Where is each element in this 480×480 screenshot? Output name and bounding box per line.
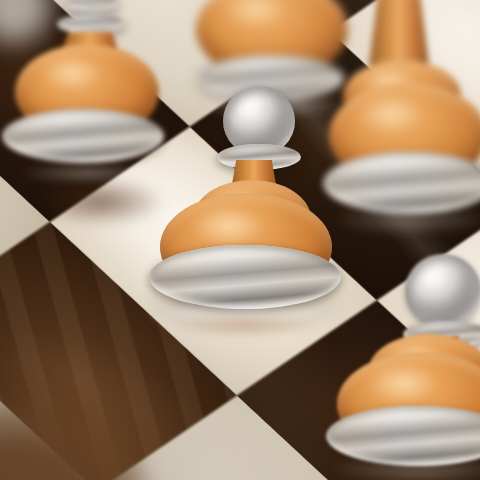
silver-base-ring bbox=[149, 245, 341, 309]
pawn-center[interactable] bbox=[0, 0, 480, 480]
chess-photo-stage bbox=[0, 0, 480, 480]
